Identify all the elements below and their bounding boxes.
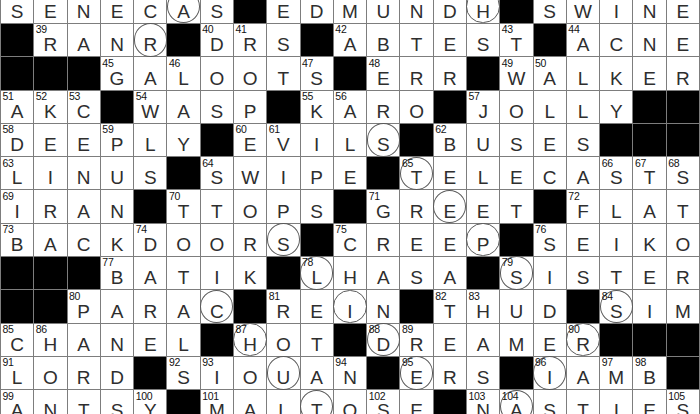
cell-letter: S [600,168,632,187]
letter-cell-r2c3[interactable]: A [68,24,100,56]
cell-letter: R [34,35,66,54]
letter-cell-r8c12[interactable]: R [367,224,399,256]
letter-cell-r9c20[interactable]: E [633,257,665,289]
cell-letter: P [301,168,333,187]
letter-cell-r5c14[interactable]: 62B [434,124,466,156]
letter-cell-r9c7[interactable]: I [201,257,233,289]
letter-cell-r3c13[interactable]: R [400,57,432,89]
letter-cell-r5c2[interactable]: E [34,124,66,156]
letter-cell-r11c4[interactable]: N [101,324,133,356]
letter-cell-r4c6[interactable]: A [167,91,199,123]
letter-cell-r12c1[interactable]: 91L [1,357,33,389]
letter-cell-r6c15[interactable]: L [467,157,499,189]
letter-cell-r2c7[interactable]: 40D [201,24,233,56]
cell-letter: E [234,135,266,154]
letter-cell-r10c14[interactable]: 82T [434,290,466,322]
letter-cell-r4c2[interactable]: 52K [34,91,66,123]
cell-letter: A [34,235,66,254]
letter-cell-r5c5[interactable]: L [134,124,166,156]
cell-letter: A [434,268,466,287]
letter-cell-r5c8[interactable]: 60E [234,124,266,156]
cell-letter: P [234,102,266,121]
letter-cell-r8c20[interactable]: K [633,224,665,256]
cell-letter: T [167,268,199,287]
letter-cell-r1c12[interactable]: 36U [367,0,399,23]
cell-letter: R [667,69,699,88]
letter-cell-r11c10[interactable]: T [301,324,333,356]
letter-cell-r1c11[interactable]: M [334,0,366,23]
cell-letter: R [68,368,100,387]
letter-cell-r13c13[interactable]: E [400,390,432,414]
cell-letter: O [500,102,532,121]
letter-cell-r3c21[interactable]: R [667,57,699,89]
letter-cell-r4c19[interactable]: Y [600,91,632,123]
letter-cell-r5c18[interactable]: S [567,124,599,156]
cell-letter: R [567,335,599,354]
letter-cell-r4c17[interactable]: L [534,91,566,123]
black-cell [301,24,333,56]
letter-cell-r7c16[interactable]: T [500,190,532,222]
letter-cell-r5c15[interactable]: U [467,124,499,156]
letter-cell-r2c21[interactable]: E [667,24,699,56]
letter-cell-r11c5[interactable]: E [134,324,166,356]
letter-cell-r2c13[interactable]: T [400,24,432,56]
letter-cell-r10c16[interactable]: U [500,290,532,322]
letter-cell-r6c3[interactable]: N [68,157,100,189]
letter-cell-r12c19[interactable]: 97M [600,357,632,389]
letter-cell-r8c8[interactable]: R [234,224,266,256]
letter-cell-r9c5[interactable]: A [134,257,166,289]
letter-cell-r3c19[interactable]: K [600,57,632,89]
letter-cell-r12c6[interactable]: 92S [167,357,199,389]
cell-letter: B [367,35,399,54]
letter-cell-r6c13[interactable]: 65T [400,157,432,189]
letter-cell-r6c14[interactable]: E [434,157,466,189]
cell-letter: I [600,2,632,21]
cell-letter: E [633,69,665,88]
letter-cell-r3c20[interactable]: E [633,57,665,89]
letter-cell-r4c10[interactable]: 55K [301,91,333,123]
cell-letter: O [667,235,699,254]
letter-cell-r7c7[interactable]: T [201,190,233,222]
letter-cell-r1c13[interactable]: N [400,0,432,23]
letter-cell-r1c18[interactable]: 38W [567,0,599,23]
letter-cell-r7c1[interactable]: 69I [1,190,33,222]
letter-cell-r9c14[interactable]: A [434,257,466,289]
letter-cell-r11c17[interactable]: E [534,324,566,356]
letter-cell-r1c15[interactable]: H [467,0,499,23]
letter-cell-r10c12[interactable]: N [367,290,399,322]
cell-letter: H [467,302,499,321]
letter-cell-r12c14[interactable]: R [434,357,466,389]
letter-cell-r7c13[interactable]: R [400,190,432,222]
letter-cell-r2c4[interactable]: N [101,24,133,56]
letter-cell-r5c12[interactable]: S [367,124,399,156]
letter-cell-r1c3[interactable]: N [68,0,100,23]
letter-cell-r6c4[interactable]: U [101,157,133,189]
letter-cell-r5c6[interactable]: Y [167,124,199,156]
letter-cell-r11c15[interactable]: A [467,324,499,356]
letter-cell-r8c14[interactable]: E [434,224,466,256]
cell-letter: N [467,401,499,414]
cell-letter: M [201,401,233,414]
letter-cell-r9c10[interactable]: 78L [301,257,333,289]
letter-cell-r10c21[interactable]: M [667,290,699,322]
letter-cell-r6c1[interactable]: 63L [1,157,33,189]
letter-cell-r10c17[interactable]: D [534,290,566,322]
letter-cell-r13c18[interactable]: T [567,390,599,414]
cell-letter: L [1,168,33,187]
letter-cell-r2c14[interactable]: E [434,24,466,56]
cell-letter: C [68,235,100,254]
letter-cell-r6c19[interactable]: 66S [600,157,632,189]
black-cell [34,257,66,289]
letter-cell-r4c13[interactable]: O [400,91,432,123]
letter-cell-r13c9[interactable]: L [267,390,299,414]
letter-cell-r2c5[interactable]: R [134,24,166,56]
letter-cell-r13c2[interactable]: N [34,390,66,414]
black-cell [667,91,699,123]
letter-cell-r4c18[interactable]: L [567,91,599,123]
letter-cell-r5c1[interactable]: 58D [1,124,33,156]
letter-cell-r5c3[interactable]: E [68,124,100,156]
letter-cell-r7c15[interactable]: E [467,190,499,222]
letter-cell-r1c21[interactable]: E [667,0,699,23]
letter-cell-r6c21[interactable]: 68S [667,157,699,189]
letter-cell-r12c10[interactable]: A [301,357,333,389]
letter-cell-r11c16[interactable]: M [500,324,532,356]
letter-cell-r8c15[interactable]: P [467,224,499,256]
cell-letter: I [334,302,366,321]
letter-cell-r4c5[interactable]: 54W [134,91,166,123]
letter-cell-r1c17[interactable]: 37S [534,0,566,23]
cell-letter: N [633,35,665,54]
cell-letter: E [667,2,699,21]
cell-letter: O [201,235,233,254]
letter-cell-r2c2[interactable]: 39R [34,24,66,56]
letter-cell-r7c9[interactable]: P [267,190,299,222]
letter-cell-r8c9[interactable]: S [267,224,299,256]
letter-cell-r8c21[interactable]: O [667,224,699,256]
letter-cell-r1c10[interactable]: D [301,0,333,23]
letter-cell-r11c6[interactable]: L [167,324,199,356]
letter-cell-r9c18[interactable]: S [567,257,599,289]
letter-cell-r11c13[interactable]: 89R [400,324,432,356]
cell-letter: A [301,368,333,387]
letter-cell-r6c7[interactable]: 64S [201,157,233,189]
letter-cell-r10c3[interactable]: 80P [68,290,100,322]
letter-cell-r11c14[interactable]: E [434,324,466,356]
cell-letter: A [101,302,133,321]
cell-letter: S [367,135,399,154]
black-cell [367,157,399,189]
letter-cell-r10c5[interactable]: R [134,290,166,322]
black-cell [134,190,166,222]
letter-cell-r12c2[interactable]: O [34,357,66,389]
letter-cell-r13c19[interactable]: I [600,390,632,414]
letter-cell-r9c4[interactable]: 77B [101,257,133,289]
letter-cell-r12c11[interactable]: 94N [334,357,366,389]
cell-letter: I [201,368,233,387]
letter-cell-r3c12[interactable]: 48E [367,57,399,89]
cell-letter: T [500,35,532,54]
letter-cell-r5c10[interactable]: I [301,124,333,156]
letter-cell-r10c7[interactable]: C [201,290,233,322]
letter-cell-r12c18[interactable]: A [567,357,599,389]
letter-cell-r13c8[interactable]: A [234,390,266,414]
letter-cell-r5c17[interactable]: E [534,124,566,156]
letter-cell-r7c21[interactable]: T [667,190,699,222]
letter-cell-r12c7[interactable]: 93I [201,357,233,389]
letter-cell-r6c9[interactable]: I [267,157,299,189]
cell-letter: C [334,235,366,254]
letter-cell-r1c1[interactable]: 33S [1,0,33,23]
cell-letter: E [400,368,432,387]
letter-cell-r13c15[interactable]: 103N [467,390,499,414]
letter-cell-r8c11[interactable]: 75C [334,224,366,256]
letter-cell-r9c12[interactable]: A [367,257,399,289]
letter-cell-r8c1[interactable]: 73B [1,224,33,256]
letter-cell-r3c8[interactable]: O [234,57,266,89]
cell-letter: C [201,302,233,321]
cell-letter: T [167,202,199,221]
letter-cell-r9c21[interactable]: R [667,257,699,289]
cell-letter: H [234,335,266,354]
letter-cell-r4c11[interactable]: 56A [334,91,366,123]
letter-cell-r3c18[interactable]: L [567,57,599,89]
letter-cell-r7c20[interactable]: A [633,190,665,222]
letter-cell-r8c18[interactable]: E [567,224,599,256]
letter-cell-r2c18[interactable]: 44A [567,24,599,56]
letter-cell-r6c11[interactable]: E [334,157,366,189]
cell-letter: B [101,268,133,287]
cell-letter: W [134,102,166,121]
cell-letter: S [600,302,632,321]
letter-cell-r9c17[interactable]: I [534,257,566,289]
letter-cell-r13c10[interactable]: T [301,390,333,414]
letter-cell-r2c12[interactable]: B [367,24,399,56]
letter-cell-r8c5[interactable]: 74D [134,224,166,256]
letter-cell-r4c3[interactable]: 53C [68,91,100,123]
letter-cell-r11c1[interactable]: 85C [1,324,33,356]
letter-cell-r6c18[interactable]: A [567,157,599,189]
letter-cell-r8c6[interactable]: O [167,224,199,256]
letter-cell-r10c20[interactable]: I [633,290,665,322]
letter-cell-r10c11[interactable]: I [334,290,366,322]
cell-letter: K [234,268,266,287]
cell-letter: L [567,69,599,88]
letter-cell-r5c9[interactable]: 61V [267,124,299,156]
letter-cell-r7c3[interactable]: A [68,190,100,222]
letter-cell-r13c7[interactable]: 101M [201,390,233,414]
letter-cell-r9c8[interactable]: K [234,257,266,289]
letter-cell-r6c10[interactable]: P [301,157,333,189]
letter-cell-r4c7[interactable]: S [201,91,233,123]
letter-cell-r13c4[interactable]: S [101,390,133,414]
cell-letter: A [567,35,599,54]
letter-cell-r7c4[interactable]: N [101,190,133,222]
letter-cell-r2c11[interactable]: 42A [334,24,366,56]
cell-letter: O [234,202,266,221]
cell-letter: R [434,69,466,88]
letter-cell-r2c9[interactable]: S [267,24,299,56]
letter-cell-r7c18[interactable]: 72F [567,190,599,222]
cell-letter: I [600,401,632,414]
cell-letter: T [600,268,632,287]
letter-cell-r13c12[interactable]: 102S [367,390,399,414]
letter-cell-r7c2[interactable]: R [34,190,66,222]
letter-cell-r5c16[interactable]: S [500,124,532,156]
cell-letter: E [434,202,466,221]
letter-cell-r6c16[interactable]: E [500,157,532,189]
letter-cell-r12c3[interactable]: R [68,357,100,389]
letter-cell-r12c9[interactable]: U [267,357,299,389]
letter-cell-r3c7[interactable]: O [201,57,233,89]
letter-cell-r7c14[interactable]: E [434,190,466,222]
letter-cell-r2c15[interactable]: S [467,24,499,56]
cell-letter: E [434,335,466,354]
cell-letter: T [301,335,333,354]
letter-cell-r1c19[interactable]: I [600,0,632,23]
black-cell [167,390,199,414]
letter-cell-r4c16[interactable]: O [500,91,532,123]
letter-cell-r8c19[interactable]: I [600,224,632,256]
letter-cell-r1c5[interactable]: C [134,0,166,23]
letter-cell-r5c11[interactable]: L [334,124,366,156]
cell-letter: N [101,335,133,354]
letter-cell-r1c20[interactable]: N [633,0,665,23]
letter-cell-r3c9[interactable]: T [267,57,299,89]
letter-cell-r8c4[interactable]: K [101,224,133,256]
letter-cell-r8c17[interactable]: 76S [534,224,566,256]
black-cell [667,124,699,156]
letter-cell-r13c5[interactable]: 100Y [134,390,166,414]
letter-cell-r8c2[interactable]: A [34,224,66,256]
letter-cell-r10c6[interactable]: A [167,290,199,322]
letter-cell-r1c9[interactable]: 35E [267,0,299,23]
cell-letter: M [334,2,366,21]
letter-cell-r11c18[interactable]: 90R [567,324,599,356]
letter-cell-r8c13[interactable]: E [400,224,432,256]
black-cell [234,0,266,23]
letter-cell-r10c4[interactable]: A [101,290,133,322]
letter-cell-r12c13[interactable]: 95E [400,357,432,389]
letter-cell-r4c12[interactable]: R [367,91,399,123]
letter-cell-r12c8[interactable]: O [234,357,266,389]
cell-letter: G [101,69,133,88]
letter-cell-r3c14[interactable]: R [434,57,466,89]
letter-cell-r2c16[interactable]: 43T [500,24,532,56]
black-cell [1,290,33,322]
letter-cell-r4c1[interactable]: 51A [1,91,33,123]
cell-letter: D [434,2,466,21]
letter-cell-r2c20[interactable]: N [633,24,665,56]
letter-cell-r9c11[interactable]: H [334,257,366,289]
letter-cell-r1c14[interactable]: D [434,0,466,23]
letter-cell-r3c4[interactable]: 45G [101,57,133,89]
cell-letter: E [500,168,532,187]
black-cell [34,290,66,322]
cell-letter: C [600,35,632,54]
letter-cell-r9c13[interactable]: S [400,257,432,289]
letter-cell-r6c20[interactable]: 67T [633,157,665,189]
cell-letter: S [301,202,333,221]
black-cell [500,357,532,389]
letter-cell-r13c3[interactable]: T [68,390,100,414]
letter-cell-r2c19[interactable]: C [600,24,632,56]
letter-cell-r7c8[interactable]: O [234,190,266,222]
letter-cell-r4c15[interactable]: 57J [467,91,499,123]
letter-cell-r3c17[interactable]: 50A [534,57,566,89]
letter-cell-r11c2[interactable]: 86H [34,324,66,356]
letter-cell-r11c3[interactable]: A [68,324,100,356]
cell-letter: S [267,35,299,54]
letter-cell-r3c5[interactable]: A [134,57,166,89]
letter-cell-r13c16[interactable]: 104A [500,390,532,414]
letter-cell-r3c6[interactable]: 46L [167,57,199,89]
letter-cell-r8c3[interactable]: C [68,224,100,256]
letter-cell-r10c9[interactable]: 81R [267,290,299,322]
cell-letter: S [667,401,699,414]
letter-cell-r10c19[interactable]: 84S [600,290,632,322]
black-cell [167,24,199,56]
letter-cell-r8c7[interactable]: O [201,224,233,256]
letter-cell-r10c10[interactable]: E [301,290,333,322]
cell-letter: R [267,302,299,321]
letter-cell-r11c12[interactable]: 88D [367,324,399,356]
cell-letter: R [400,335,432,354]
letter-cell-r6c8[interactable]: W [234,157,266,189]
letter-cell-r1c4[interactable]: 34E [101,0,133,23]
letter-cell-r1c2[interactable]: E [34,0,66,23]
letter-cell-r7c10[interactable]: S [301,190,333,222]
letter-cell-r13c1[interactable]: 99A [1,390,33,414]
letter-cell-r3c10[interactable]: 47S [301,57,333,89]
letter-cell-r2c8[interactable]: 41R [234,24,266,56]
letter-cell-r3c16[interactable]: 49W [500,57,532,89]
black-cell [600,124,632,156]
letter-cell-r6c17[interactable]: C [534,157,566,189]
letter-cell-r6c2[interactable]: I [34,157,66,189]
letter-cell-r5c4[interactable]: 59P [101,124,133,156]
cell-letter: I [267,168,299,187]
letter-cell-r7c19[interactable]: L [600,190,632,222]
cell-letter: E [434,168,466,187]
letter-cell-r9c16[interactable]: 79S [500,257,532,289]
letter-cell-r7c6[interactable]: 70T [167,190,199,222]
letter-cell-r12c17[interactable]: 96I [534,357,566,389]
letter-cell-r13c20[interactable]: E [633,390,665,414]
letter-cell-r1c6[interactable]: A [167,0,199,23]
letter-cell-r9c19[interactable]: T [600,257,632,289]
letter-cell-r13c21[interactable]: 105S [667,390,699,414]
letter-cell-r1c7[interactable]: S [201,0,233,23]
letter-cell-r13c17[interactable]: S [534,390,566,414]
letter-cell-r7c12[interactable]: 71G [367,190,399,222]
cell-letter: P [68,302,100,321]
letter-cell-r11c8[interactable]: 87H [234,324,266,356]
letter-cell-r12c20[interactable]: 98B [633,357,665,389]
letter-cell-r10c15[interactable]: 83H [467,290,499,322]
letter-cell-r4c8[interactable]: P [234,91,266,123]
letter-cell-r11c9[interactable]: O [267,324,299,356]
letter-cell-r12c15[interactable]: S [467,357,499,389]
letter-cell-r13c11[interactable]: O [334,390,366,414]
letter-cell-r12c4[interactable]: D [101,357,133,389]
letter-cell-r9c6[interactable]: T [167,257,199,289]
letter-cell-r6c5[interactable]: S [134,157,166,189]
cell-letter: E [134,335,166,354]
